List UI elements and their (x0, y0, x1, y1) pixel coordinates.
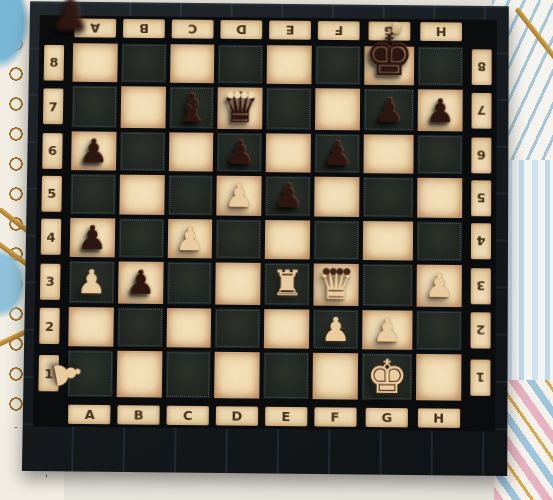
rank-label-text: 3 (40, 263, 61, 299)
square-h3[interactable]: ♟ (417, 264, 462, 307)
square-a7[interactable] (72, 86, 117, 128)
black-pawn-a6[interactable]: ♟ (79, 135, 109, 168)
white-queen-f3[interactable]: ♛●●●● (317, 263, 355, 305)
rank-label-left-6: 6 (37, 131, 68, 170)
black-pawn-d6[interactable]: ♟ (225, 136, 255, 169)
square-a5[interactable] (70, 174, 115, 214)
black-queen-crown-balls: ●●●● (227, 90, 254, 99)
square-g4[interactable] (363, 221, 413, 261)
chess-board: ABCDEFGH8♚87♝♛●●●●♟♟76♟♟♟65♟♟54♟♟43♟♟♜♛●… (22, 1, 509, 476)
rank-label-right-3: 3 (466, 265, 496, 307)
square-f7[interactable] (315, 88, 360, 130)
square-f8[interactable] (316, 46, 361, 85)
frame-corner (467, 20, 497, 44)
rank-label-right-5: 5 (466, 179, 496, 218)
file-label-top-e: E (267, 18, 312, 42)
square-b7[interactable] (120, 86, 165, 128)
black-pawn-f6[interactable]: ♟ (322, 137, 352, 170)
square-b8[interactable] (121, 44, 166, 83)
square-a4[interactable]: ♟ (70, 218, 115, 258)
rank-label-text: 2 (471, 313, 491, 349)
square-h4[interactable] (417, 221, 462, 261)
rank-label-right-2: 2 (465, 311, 495, 351)
square-f6[interactable]: ♟ (315, 134, 360, 173)
rank-label-right-4: 4 (466, 222, 496, 262)
file-label-text: B (117, 405, 159, 425)
square-h8[interactable] (418, 47, 463, 86)
rank-label-text: 8 (44, 44, 64, 80)
tablecloth-blue-motif (0, 0, 30, 70)
square-e6[interactable] (266, 134, 311, 173)
file-label-text: F (314, 407, 356, 427)
rank-label-left-3: 3 (35, 260, 66, 302)
square-e7[interactable] (266, 88, 311, 130)
black-queen-d7[interactable]: ♛●●●● (221, 87, 259, 129)
file-label-text: H (420, 22, 462, 41)
white-pawn-g2[interactable]: ♟ (372, 313, 402, 346)
file-label-bottom-g: G (361, 404, 412, 431)
square-e3[interactable]: ♜ (265, 263, 310, 306)
square-d8[interactable] (218, 45, 263, 84)
file-label-top-f: F (316, 18, 361, 42)
file-label-text: H (417, 408, 459, 428)
square-b3[interactable]: ♟ (118, 261, 163, 304)
file-label-text: B (123, 19, 165, 38)
rank-label-right-6: 6 (466, 136, 496, 175)
white-king-g1[interactable]: ♚ (366, 353, 408, 400)
white-pawn-f2[interactable]: ♟ (321, 313, 351, 346)
rank-label-left-8: 8 (39, 43, 69, 82)
square-e2[interactable] (264, 309, 309, 349)
square-e8[interactable] (267, 45, 312, 84)
white-pawn-d5[interactable]: ♟ (224, 179, 254, 212)
file-label-bottom-a: A (67, 401, 112, 428)
file-label-text: E (265, 406, 307, 426)
file-label-text: C (172, 19, 214, 38)
black-pawn-b3[interactable]: ♟ (126, 266, 156, 299)
square-c5[interactable] (168, 176, 213, 216)
file-label-bottom-d: D (214, 402, 259, 429)
file-label-text: G (366, 407, 408, 427)
black-king-g8[interactable]: ♚ (364, 28, 414, 84)
file-label-text: E (269, 20, 311, 39)
white-pawn-h3[interactable]: ♟ (424, 269, 454, 302)
black-bishop-c7[interactable]: ♝ (174, 88, 209, 127)
black-pawn-a4[interactable]: ♟ (77, 221, 107, 254)
rank-label-text: 3 (471, 268, 491, 304)
square-b5[interactable] (119, 175, 164, 215)
rank-label-text: 5 (471, 180, 491, 216)
rank-label-text: 4 (41, 219, 62, 255)
square-d5[interactable]: ♟ (217, 176, 262, 216)
rank-label-left-2: 2 (34, 306, 65, 346)
file-label-top-c: C (170, 17, 215, 41)
square-h1[interactable] (416, 354, 461, 401)
file-label-bottom-c: C (165, 402, 210, 429)
square-a2[interactable] (68, 307, 114, 347)
square-d2[interactable] (215, 308, 260, 348)
rank-label-text: 2 (39, 308, 60, 344)
file-label-top-b: B (122, 16, 167, 40)
square-c2[interactable] (166, 308, 211, 348)
rank-label-left-4: 4 (36, 217, 67, 256)
square-d3[interactable] (216, 262, 261, 305)
square-e1[interactable] (264, 352, 309, 399)
square-g5[interactable] (363, 178, 413, 218)
file-label-bottom-b: B (116, 401, 161, 428)
square-b1[interactable] (116, 351, 162, 398)
rank-label-text: 6 (42, 133, 63, 169)
rank-label-text: 7 (472, 93, 492, 129)
square-f2[interactable]: ♟ (313, 309, 358, 349)
square-g2[interactable]: ♟ (362, 310, 413, 350)
square-f4[interactable] (314, 220, 359, 260)
file-label-text: D (220, 20, 262, 39)
black-captured-captured[interactable]: ♟ (49, 0, 91, 37)
rank-label-text: 4 (471, 223, 491, 259)
white-rook-e3[interactable]: ♜ (271, 266, 303, 301)
square-d7[interactable]: ♛●●●● (218, 87, 263, 129)
square-f5[interactable] (314, 177, 359, 217)
square-e5[interactable]: ♟ (266, 177, 311, 217)
square-b2[interactable] (117, 307, 162, 347)
square-g7[interactable]: ♟ (364, 89, 414, 131)
black-pawn-g7[interactable]: ♟ (374, 93, 404, 126)
square-e4[interactable] (265, 220, 310, 260)
black-king-cross-tip (391, 22, 401, 35)
rank-label-left-5: 5 (36, 174, 67, 213)
square-b4[interactable] (119, 218, 164, 258)
square-h7[interactable]: ♟ (418, 89, 463, 131)
square-a8[interactable] (73, 43, 118, 82)
square-a3[interactable]: ♟ (69, 261, 115, 304)
rank-label-text: 5 (41, 176, 62, 212)
file-label-top-d: D (219, 17, 264, 41)
square-c1[interactable] (166, 351, 212, 398)
square-c7[interactable]: ♝ (169, 87, 214, 129)
square-d6[interactable]: ♟ (217, 133, 262, 172)
file-label-bottom-e: E (263, 403, 308, 430)
rank-label-text: 7 (43, 89, 64, 125)
white-pawn-a1[interactable]: ♟ (48, 355, 87, 392)
rank-label-right-8: 8 (467, 47, 497, 86)
white-queen-crown-balls: ●●●● (322, 266, 350, 275)
square-g8[interactable]: ♚ (364, 46, 414, 85)
rank-label-text: 6 (471, 137, 491, 173)
file-label-text: F (317, 21, 359, 40)
square-h6[interactable] (418, 135, 463, 174)
white-pawn-c4[interactable]: ♟ (175, 222, 205, 255)
rank-label-text: 8 (472, 49, 492, 85)
square-f3[interactable]: ♛●●●● (314, 263, 359, 306)
black-pawn-e5[interactable]: ♟ (273, 180, 303, 213)
square-a6[interactable]: ♟ (71, 132, 116, 171)
square-g3[interactable] (362, 264, 413, 307)
rank-label-left-7: 7 (38, 86, 69, 128)
rank-label-right-7: 7 (467, 90, 497, 132)
white-pawn-a3[interactable]: ♟ (77, 265, 107, 298)
square-c4[interactable]: ♟ (167, 219, 212, 259)
square-f1[interactable] (313, 353, 358, 400)
square-a1[interactable]: ♟ (67, 350, 113, 397)
file-label-top-h: H (418, 19, 463, 43)
frame-corner (465, 405, 495, 432)
file-label-text: D (216, 406, 258, 426)
tablecloth-stripes (506, 160, 553, 390)
square-g1[interactable]: ♚ (362, 353, 413, 400)
square-d4[interactable] (216, 219, 261, 259)
square-d1[interactable] (215, 352, 261, 399)
square-c8[interactable] (170, 44, 215, 83)
rank-label-text: 1 (470, 359, 490, 395)
file-label-bottom-h: H (416, 404, 461, 431)
file-label-text: C (167, 405, 209, 425)
square-h5[interactable] (417, 178, 462, 218)
frame-corner (33, 400, 64, 427)
square-c6[interactable] (169, 133, 214, 172)
black-pawn-h7[interactable]: ♟ (425, 94, 455, 127)
file-label-text: A (68, 404, 111, 424)
square-c3[interactable] (167, 262, 212, 305)
board-grid: ABCDEFGH8♚87♝♛●●●●♟♟76♟♟♟65♟♟54♟♟43♟♟♜♛●… (33, 15, 497, 431)
square-b6[interactable] (120, 132, 165, 171)
square-h2[interactable] (416, 310, 461, 350)
rank-label-right-1: 1 (465, 354, 495, 401)
square-g6[interactable] (363, 135, 413, 175)
file-label-bottom-f: F (312, 403, 357, 430)
